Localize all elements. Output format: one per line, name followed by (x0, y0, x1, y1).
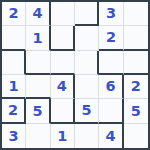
cell-r1c4-empty[interactable] (75, 2, 99, 26)
cell-r6c2-empty[interactable] (26, 124, 50, 148)
cell-r5c5-empty[interactable] (99, 99, 123, 123)
cell-r2c3-empty[interactable] (51, 26, 75, 50)
cell-r6c5-given-4[interactable]: 4 (99, 124, 123, 148)
cell-r2c2-given-1[interactable]: 1 (26, 26, 50, 50)
cell-r3c2-empty[interactable] (26, 51, 50, 75)
cell-r2c5-given-2[interactable]: 2 (99, 26, 123, 50)
cell-r4c5-given-6[interactable]: 6 (99, 75, 123, 99)
cell-r5c1-given-2[interactable]: 2 (2, 99, 26, 123)
cell-r4c4-empty[interactable] (75, 75, 99, 99)
cell-r4c1-given-1[interactable]: 1 (2, 75, 26, 99)
cell-r3c5-empty[interactable] (99, 51, 123, 75)
cell-r4c6-given-2[interactable]: 2 (124, 75, 148, 99)
cell-r6c3-given-1[interactable]: 1 (51, 124, 75, 148)
cell-r4c2-empty[interactable] (26, 75, 50, 99)
cell-r3c1-empty[interactable] (2, 51, 26, 75)
cell-r4c3-given-4[interactable]: 4 (51, 75, 75, 99)
cell-r2c6-empty[interactable] (124, 26, 148, 50)
cell-r1c1-given-2[interactable]: 2 (2, 2, 26, 26)
cell-r5c2-given-5[interactable]: 5 (26, 99, 50, 123)
cell-r2c4-empty[interactable] (75, 26, 99, 50)
cell-r3c4-empty[interactable] (75, 51, 99, 75)
cell-r5c6-given-5[interactable]: 5 (124, 99, 148, 123)
cell-r5c3-empty[interactable] (51, 99, 75, 123)
cell-r6c4-empty[interactable] (75, 124, 99, 148)
cell-r1c3-empty[interactable] (51, 2, 75, 26)
cell-r6c1-given-3[interactable]: 3 (2, 124, 26, 148)
cell-r1c6-empty[interactable] (124, 2, 148, 26)
cell-r3c6-empty[interactable] (124, 51, 148, 75)
cell-r1c2-given-4[interactable]: 4 (26, 2, 50, 26)
cell-r3c3-empty[interactable] (51, 51, 75, 75)
cell-r5c4-given-5[interactable]: 5 (75, 99, 99, 123)
cell-r6c6-empty[interactable] (124, 124, 148, 148)
cell-r1c5-given-3[interactable]: 3 (99, 2, 123, 26)
cell-r2c1-empty[interactable] (2, 26, 26, 50)
puzzle-board: 2431214622555314 (0, 0, 150, 150)
